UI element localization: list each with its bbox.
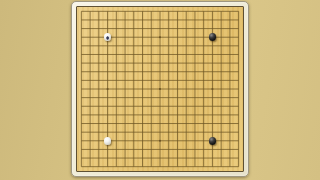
- intersection[interactable]: [121, 76, 130, 85]
- intersection[interactable]: [173, 93, 182, 102]
- intersection[interactable]: [86, 50, 95, 59]
- intersection[interactable]: [86, 102, 95, 111]
- intersection[interactable]: [103, 7, 112, 16]
- intersection[interactable]: [103, 42, 112, 51]
- intersection[interactable]: [103, 154, 112, 163]
- intersection[interactable]: [226, 119, 235, 128]
- intersection[interactable]: [121, 136, 130, 145]
- intersection[interactable]: [182, 136, 191, 145]
- intersection[interactable]: [147, 59, 156, 68]
- intersection[interactable]: [182, 76, 191, 85]
- intersection[interactable]: [77, 154, 86, 163]
- intersection[interactable]: [129, 128, 138, 137]
- intersection[interactable]: [138, 67, 147, 76]
- intersection[interactable]: [191, 59, 200, 68]
- intersection[interactable]: [147, 85, 156, 94]
- intersection[interactable]: [182, 42, 191, 51]
- intersection[interactable]: [147, 42, 156, 51]
- intersection[interactable]: [94, 162, 103, 171]
- intersection[interactable]: [147, 128, 156, 137]
- intersection[interactable]: [173, 59, 182, 68]
- intersection[interactable]: [164, 50, 173, 59]
- intersection[interactable]: [156, 42, 165, 51]
- intersection[interactable]: [121, 33, 130, 42]
- intersection[interactable]: [147, 136, 156, 145]
- intersection[interactable]: [208, 7, 217, 16]
- intersection[interactable]: [129, 119, 138, 128]
- intersection[interactable]: [86, 33, 95, 42]
- intersection[interactable]: [208, 102, 217, 111]
- intersection[interactable]: [199, 7, 208, 16]
- intersection[interactable]: [217, 50, 226, 59]
- intersection[interactable]: [217, 145, 226, 154]
- intersection[interactable]: [182, 128, 191, 137]
- intersection[interactable]: [112, 102, 121, 111]
- intersection[interactable]: [217, 85, 226, 94]
- intersection[interactable]: [173, 119, 182, 128]
- intersection[interactable]: [86, 145, 95, 154]
- intersection[interactable]: [147, 119, 156, 128]
- intersection[interactable]: [112, 33, 121, 42]
- intersection[interactable]: [94, 33, 103, 42]
- intersection[interactable]: [182, 162, 191, 171]
- intersection[interactable]: [121, 85, 130, 94]
- intersection[interactable]: [191, 119, 200, 128]
- intersection[interactable]: [138, 50, 147, 59]
- intersection[interactable]: [86, 67, 95, 76]
- intersection[interactable]: [103, 93, 112, 102]
- intersection[interactable]: [182, 59, 191, 68]
- intersection[interactable]: [94, 145, 103, 154]
- intersection[interactable]: [191, 162, 200, 171]
- intersection[interactable]: [129, 93, 138, 102]
- intersection[interactable]: [77, 76, 86, 85]
- intersection[interactable]: [103, 76, 112, 85]
- intersection[interactable]: [112, 145, 121, 154]
- intersection[interactable]: [156, 102, 165, 111]
- intersection[interactable]: [217, 76, 226, 85]
- intersection[interactable]: [234, 93, 243, 102]
- intersection[interactable]: [164, 119, 173, 128]
- intersection[interactable]: [121, 154, 130, 163]
- intersection[interactable]: [156, 93, 165, 102]
- intersection[interactable]: [191, 93, 200, 102]
- intersection[interactable]: [77, 119, 86, 128]
- intersection[interactable]: [199, 24, 208, 33]
- intersection[interactable]: [121, 16, 130, 25]
- intersection[interactable]: [208, 145, 217, 154]
- intersection[interactable]: [121, 145, 130, 154]
- intersection[interactable]: [173, 50, 182, 59]
- intersection[interactable]: [94, 59, 103, 68]
- intersection[interactable]: [112, 93, 121, 102]
- intersection[interactable]: [86, 154, 95, 163]
- intersection[interactable]: [138, 93, 147, 102]
- intersection[interactable]: [199, 33, 208, 42]
- intersection[interactable]: [112, 136, 121, 145]
- intersection[interactable]: [182, 16, 191, 25]
- intersection[interactable]: [199, 16, 208, 25]
- intersection[interactable]: [86, 128, 95, 137]
- intersection[interactable]: [164, 76, 173, 85]
- intersection[interactable]: [234, 85, 243, 94]
- intersection[interactable]: [121, 50, 130, 59]
- intersection[interactable]: [164, 93, 173, 102]
- intersection[interactable]: [199, 102, 208, 111]
- intersection[interactable]: [182, 85, 191, 94]
- intersection[interactable]: [129, 50, 138, 59]
- intersection[interactable]: [156, 154, 165, 163]
- intersection[interactable]: [77, 136, 86, 145]
- intersection[interactable]: [226, 162, 235, 171]
- intersection[interactable]: [226, 93, 235, 102]
- intersection[interactable]: [182, 119, 191, 128]
- intersection[interactable]: [191, 33, 200, 42]
- intersection[interactable]: [234, 59, 243, 68]
- intersection[interactable]: [129, 59, 138, 68]
- intersection[interactable]: [77, 16, 86, 25]
- intersection[interactable]: [112, 67, 121, 76]
- intersection[interactable]: [77, 162, 86, 171]
- intersection[interactable]: [103, 145, 112, 154]
- intersection[interactable]: [121, 102, 130, 111]
- intersection[interactable]: [217, 16, 226, 25]
- intersection[interactable]: [164, 162, 173, 171]
- intersection[interactable]: [208, 16, 217, 25]
- intersection[interactable]: [112, 7, 121, 16]
- intersection[interactable]: [138, 7, 147, 16]
- intersection[interactable]: [156, 33, 165, 42]
- intersection[interactable]: [86, 119, 95, 128]
- intersection[interactable]: [156, 128, 165, 137]
- intersection[interactable]: [77, 33, 86, 42]
- intersection[interactable]: [147, 102, 156, 111]
- intersection[interactable]: [208, 119, 217, 128]
- intersection[interactable]: [138, 76, 147, 85]
- intersection[interactable]: [138, 119, 147, 128]
- intersection[interactable]: [156, 111, 165, 120]
- intersection[interactable]: [112, 24, 121, 33]
- intersection[interactable]: [112, 59, 121, 68]
- intersection[interactable]: [77, 102, 86, 111]
- intersection[interactable]: [173, 24, 182, 33]
- intersection[interactable]: [77, 111, 86, 120]
- intersection[interactable]: [182, 50, 191, 59]
- intersection[interactable]: [234, 111, 243, 120]
- intersection[interactable]: [77, 145, 86, 154]
- intersection[interactable]: [173, 42, 182, 51]
- intersection[interactable]: [103, 119, 112, 128]
- intersection[interactable]: [94, 67, 103, 76]
- intersection[interactable]: [208, 76, 217, 85]
- intersection[interactable]: [129, 42, 138, 51]
- intersection[interactable]: [77, 128, 86, 137]
- intersection[interactable]: [226, 50, 235, 59]
- intersection[interactable]: [173, 154, 182, 163]
- intersection[interactable]: [138, 145, 147, 154]
- intersection[interactable]: [191, 50, 200, 59]
- intersection[interactable]: [208, 154, 217, 163]
- intersection[interactable]: [129, 67, 138, 76]
- intersection[interactable]: [234, 154, 243, 163]
- intersection[interactable]: [217, 162, 226, 171]
- intersection[interactable]: [217, 111, 226, 120]
- intersection[interactable]: [226, 128, 235, 137]
- intersection[interactable]: [112, 85, 121, 94]
- intersection[interactable]: [103, 24, 112, 33]
- intersection[interactable]: [164, 42, 173, 51]
- intersection[interactable]: [138, 102, 147, 111]
- intersection[interactable]: [156, 59, 165, 68]
- intersection[interactable]: [191, 42, 200, 51]
- intersection[interactable]: [164, 145, 173, 154]
- intersection[interactable]: [121, 128, 130, 137]
- intersection[interactable]: [199, 145, 208, 154]
- intersection[interactable]: [164, 154, 173, 163]
- intersection[interactable]: [234, 50, 243, 59]
- intersection[interactable]: [226, 42, 235, 51]
- intersection[interactable]: [226, 136, 235, 145]
- intersection[interactable]: [164, 67, 173, 76]
- intersection[interactable]: [208, 111, 217, 120]
- intersection[interactable]: [138, 128, 147, 137]
- intersection[interactable]: [199, 76, 208, 85]
- intersection[interactable]: [199, 93, 208, 102]
- intersection[interactable]: [191, 102, 200, 111]
- intersection[interactable]: [86, 7, 95, 16]
- intersection[interactable]: [94, 93, 103, 102]
- intersection[interactable]: [226, 154, 235, 163]
- intersection[interactable]: [129, 76, 138, 85]
- intersection[interactable]: [121, 111, 130, 120]
- intersection[interactable]: [164, 136, 173, 145]
- intersection[interactable]: [234, 119, 243, 128]
- intersection[interactable]: [121, 42, 130, 51]
- intersection[interactable]: [103, 85, 112, 94]
- intersection[interactable]: [217, 7, 226, 16]
- intersection[interactable]: [156, 136, 165, 145]
- intersection[interactable]: [103, 136, 112, 145]
- intersection[interactable]: [217, 24, 226, 33]
- intersection[interactable]: [182, 111, 191, 120]
- intersection[interactable]: [173, 128, 182, 137]
- intersection[interactable]: [199, 136, 208, 145]
- intersection[interactable]: [129, 154, 138, 163]
- intersection[interactable]: [121, 59, 130, 68]
- intersection[interactable]: [86, 76, 95, 85]
- intersection[interactable]: [217, 102, 226, 111]
- intersection[interactable]: [103, 59, 112, 68]
- intersection[interactable]: [147, 7, 156, 16]
- intersection[interactable]: [94, 24, 103, 33]
- intersection[interactable]: [129, 145, 138, 154]
- intersection[interactable]: [147, 145, 156, 154]
- intersection[interactable]: [94, 102, 103, 111]
- intersection[interactable]: [138, 85, 147, 94]
- intersection[interactable]: [199, 67, 208, 76]
- intersection[interactable]: [94, 85, 103, 94]
- intersection[interactable]: [199, 162, 208, 171]
- intersection[interactable]: [208, 67, 217, 76]
- intersection[interactable]: [112, 154, 121, 163]
- intersection[interactable]: [77, 85, 86, 94]
- intersection[interactable]: [234, 24, 243, 33]
- intersection[interactable]: [208, 136, 217, 145]
- intersection[interactable]: [138, 24, 147, 33]
- intersection[interactable]: [182, 93, 191, 102]
- intersection[interactable]: [156, 50, 165, 59]
- intersection[interactable]: [86, 16, 95, 25]
- intersection[interactable]: [226, 67, 235, 76]
- intersection[interactable]: [199, 42, 208, 51]
- intersection[interactable]: [217, 59, 226, 68]
- intersection[interactable]: [147, 93, 156, 102]
- intersection[interactable]: [208, 162, 217, 171]
- intersection[interactable]: [164, 59, 173, 68]
- intersection[interactable]: [86, 59, 95, 68]
- intersection[interactable]: [234, 145, 243, 154]
- intersection[interactable]: [182, 33, 191, 42]
- intersection[interactable]: [226, 7, 235, 16]
- intersection[interactable]: [191, 7, 200, 16]
- intersection[interactable]: [173, 33, 182, 42]
- intersection[interactable]: [112, 16, 121, 25]
- intersection[interactable]: [138, 136, 147, 145]
- intersection[interactable]: [182, 7, 191, 16]
- intersection[interactable]: [129, 102, 138, 111]
- intersection[interactable]: [208, 85, 217, 94]
- intersection[interactable]: [121, 24, 130, 33]
- intersection[interactable]: [138, 16, 147, 25]
- intersection[interactable]: [121, 162, 130, 171]
- intersection[interactable]: [77, 24, 86, 33]
- intersection[interactable]: [226, 33, 235, 42]
- intersection[interactable]: [182, 145, 191, 154]
- intersection[interactable]: [156, 76, 165, 85]
- intersection[interactable]: [226, 16, 235, 25]
- intersection[interactable]: [138, 111, 147, 120]
- intersection[interactable]: [138, 33, 147, 42]
- intersection[interactable]: [138, 162, 147, 171]
- intersection[interactable]: [156, 24, 165, 33]
- intersection[interactable]: [226, 76, 235, 85]
- intersection[interactable]: [164, 7, 173, 16]
- intersection[interactable]: [191, 16, 200, 25]
- intersection[interactable]: [103, 16, 112, 25]
- intersection[interactable]: [156, 16, 165, 25]
- intersection[interactable]: [217, 67, 226, 76]
- intersection[interactable]: [199, 50, 208, 59]
- intersection[interactable]: [234, 33, 243, 42]
- intersection[interactable]: [191, 85, 200, 94]
- intersection[interactable]: [103, 33, 112, 42]
- intersection[interactable]: [208, 128, 217, 137]
- intersection[interactable]: [226, 102, 235, 111]
- intersection[interactable]: [147, 16, 156, 25]
- intersection[interactable]: [147, 162, 156, 171]
- intersection[interactable]: [234, 162, 243, 171]
- intersection[interactable]: [121, 7, 130, 16]
- intersection[interactable]: [147, 50, 156, 59]
- intersection[interactable]: [129, 111, 138, 120]
- intersection[interactable]: [199, 128, 208, 137]
- intersection[interactable]: [208, 33, 217, 42]
- intersection[interactable]: [208, 50, 217, 59]
- intersection[interactable]: [226, 145, 235, 154]
- intersection[interactable]: [173, 162, 182, 171]
- intersection[interactable]: [164, 111, 173, 120]
- intersection[interactable]: [129, 85, 138, 94]
- intersection[interactable]: [234, 102, 243, 111]
- intersection[interactable]: [173, 85, 182, 94]
- intersection[interactable]: [173, 136, 182, 145]
- intersection[interactable]: [226, 111, 235, 120]
- intersection[interactable]: [217, 33, 226, 42]
- intersection[interactable]: [164, 102, 173, 111]
- intersection[interactable]: [191, 145, 200, 154]
- intersection[interactable]: [173, 67, 182, 76]
- intersection[interactable]: [217, 119, 226, 128]
- intersection[interactable]: [191, 24, 200, 33]
- intersection[interactable]: [226, 24, 235, 33]
- intersection[interactable]: [138, 59, 147, 68]
- intersection[interactable]: [173, 16, 182, 25]
- intersection[interactable]: [208, 59, 217, 68]
- intersection[interactable]: [191, 111, 200, 120]
- intersection[interactable]: [86, 111, 95, 120]
- intersection[interactable]: [103, 162, 112, 171]
- intersection[interactable]: [191, 154, 200, 163]
- intersection[interactable]: [164, 16, 173, 25]
- intersection[interactable]: [147, 111, 156, 120]
- intersection[interactable]: [173, 76, 182, 85]
- intersection[interactable]: [121, 67, 130, 76]
- intersection[interactable]: [147, 67, 156, 76]
- intersection[interactable]: [234, 128, 243, 137]
- intersection[interactable]: [182, 24, 191, 33]
- intersection[interactable]: [86, 93, 95, 102]
- intersection[interactable]: [147, 33, 156, 42]
- intersection[interactable]: [103, 128, 112, 137]
- intersection[interactable]: [191, 67, 200, 76]
- intersection[interactable]: [182, 154, 191, 163]
- intersection[interactable]: [112, 111, 121, 120]
- intersection[interactable]: [217, 128, 226, 137]
- intersection[interactable]: [121, 93, 130, 102]
- intersection[interactable]: [199, 111, 208, 120]
- intersection[interactable]: [94, 136, 103, 145]
- intersection[interactable]: [112, 128, 121, 137]
- intersection[interactable]: [77, 67, 86, 76]
- intersection[interactable]: [164, 85, 173, 94]
- intersection[interactable]: [147, 154, 156, 163]
- intersection[interactable]: [156, 7, 165, 16]
- intersection[interactable]: [217, 154, 226, 163]
- intersection[interactable]: [173, 7, 182, 16]
- intersection[interactable]: [164, 128, 173, 137]
- intersection[interactable]: [94, 42, 103, 51]
- intersection[interactable]: [208, 24, 217, 33]
- intersection[interactable]: [234, 16, 243, 25]
- intersection[interactable]: [208, 93, 217, 102]
- intersection[interactable]: [86, 85, 95, 94]
- intersection[interactable]: [164, 33, 173, 42]
- intersection[interactable]: [199, 59, 208, 68]
- intersection[interactable]: [234, 42, 243, 51]
- intersection[interactable]: [86, 24, 95, 33]
- intersection[interactable]: [164, 24, 173, 33]
- intersection[interactable]: [112, 76, 121, 85]
